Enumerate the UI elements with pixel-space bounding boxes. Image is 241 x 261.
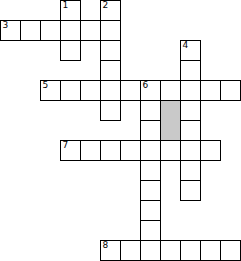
- grid-cell[interactable]: [140, 140, 161, 161]
- grid-cell[interactable]: [220, 240, 241, 261]
- grid-cell[interactable]: [60, 40, 81, 61]
- grid-cell[interactable]: [20, 20, 41, 41]
- grid-cell[interactable]: 6: [140, 80, 161, 101]
- grid-cell[interactable]: 3: [0, 20, 21, 41]
- grid-cell[interactable]: [220, 80, 241, 101]
- grid-cell[interactable]: [160, 240, 181, 261]
- grid-cell[interactable]: [180, 180, 201, 201]
- grid-cell[interactable]: [200, 240, 221, 261]
- clue-number: 4: [183, 41, 189, 50]
- grid-cell[interactable]: [80, 20, 101, 41]
- grid-cell[interactable]: [100, 20, 121, 41]
- grid-cell[interactable]: [60, 80, 81, 101]
- grid-cell[interactable]: [120, 240, 141, 261]
- clue-number: 2: [103, 1, 109, 10]
- grid-cell[interactable]: 2: [100, 0, 121, 21]
- grid-cell[interactable]: [100, 140, 121, 161]
- grid-cell[interactable]: [160, 80, 181, 101]
- clue-number: 6: [143, 81, 149, 90]
- grid-cell[interactable]: [140, 220, 161, 241]
- clue-number: 3: [3, 21, 9, 30]
- grid-cell[interactable]: [180, 80, 201, 101]
- grid-cell[interactable]: 5: [40, 80, 61, 101]
- grid-cell[interactable]: [100, 80, 121, 101]
- grid-cell[interactable]: [200, 140, 221, 161]
- shaded-cell[interactable]: [160, 100, 181, 141]
- grid-cell[interactable]: [80, 140, 101, 161]
- grid-cell[interactable]: [160, 140, 181, 161]
- crossword-board: 12345678: [0, 0, 241, 261]
- grid-cell[interactable]: 8: [100, 240, 121, 261]
- grid-cell[interactable]: [140, 160, 161, 181]
- clue-number: 5: [43, 81, 49, 90]
- grid-cell[interactable]: 4: [180, 40, 201, 61]
- grid-cell[interactable]: [140, 200, 161, 221]
- clue-number: 8: [103, 241, 109, 250]
- grid-cell[interactable]: [180, 120, 201, 141]
- grid-cell[interactable]: [80, 80, 101, 101]
- grid-cell[interactable]: [140, 120, 161, 141]
- grid-cell[interactable]: [200, 80, 221, 101]
- grid-cell[interactable]: [140, 240, 161, 261]
- grid-cell[interactable]: [120, 140, 141, 161]
- grid-cell[interactable]: 1: [60, 0, 81, 21]
- grid-cell[interactable]: [100, 100, 121, 121]
- grid-cell[interactable]: [140, 180, 161, 201]
- grid-cell[interactable]: [100, 60, 121, 81]
- grid-cell[interactable]: [180, 160, 201, 181]
- grid-cell[interactable]: [60, 20, 81, 41]
- grid-cell[interactable]: [120, 80, 141, 101]
- grid-cell[interactable]: [180, 60, 201, 81]
- grid-cell[interactable]: [140, 100, 161, 121]
- clue-number: 1: [63, 1, 69, 10]
- grid-cell[interactable]: [40, 20, 61, 41]
- clue-number: 7: [63, 141, 69, 150]
- grid-cell[interactable]: [180, 240, 201, 261]
- grid-cell[interactable]: [180, 140, 201, 161]
- grid-cell[interactable]: [100, 40, 121, 61]
- grid-cell[interactable]: [180, 100, 201, 121]
- grid-cell[interactable]: 7: [60, 140, 81, 161]
